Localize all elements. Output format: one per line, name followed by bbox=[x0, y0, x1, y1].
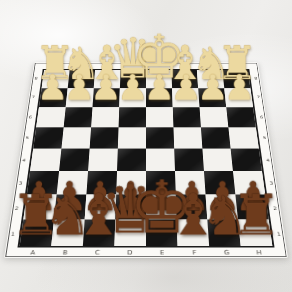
square-f7[interactable]: ♟ bbox=[172, 88, 199, 107]
rank-label-left-4: 4 bbox=[19, 157, 30, 162]
square-d6[interactable] bbox=[119, 107, 146, 127]
square-h1[interactable]: ♜ bbox=[238, 219, 272, 245]
rank-label-right-5: 5 bbox=[260, 135, 270, 140]
square-f6[interactable] bbox=[173, 107, 201, 127]
square-c6[interactable] bbox=[91, 107, 119, 127]
square-g5[interactable] bbox=[201, 127, 231, 148]
square-c5[interactable] bbox=[90, 127, 119, 148]
square-d7[interactable]: ♟ bbox=[119, 88, 146, 107]
chess-board-mat: ♜♞♝♛♚♝♞♜♟♟♟♟♟♟♟♟♟♟♟♟♟♟♟♟♜♞♝♛♚♝♞♜ ABCDEFG… bbox=[4, 62, 288, 258]
rank-label-left-5: 5 bbox=[22, 135, 32, 140]
square-e6[interactable] bbox=[146, 107, 173, 127]
square-g4[interactable] bbox=[202, 149, 233, 171]
photo-chess-set: ♜♞♝♛♚♝♞♜♟♟♟♟♟♟♟♟♟♟♟♟♟♟♟♟♜♞♝♛♚♝♞♜ ABCDEFG… bbox=[0, 0, 292, 292]
piece-white-pawn-h7[interactable]: ♟ bbox=[224, 70, 255, 105]
square-g7[interactable]: ♟ bbox=[198, 88, 226, 107]
square-a5[interactable] bbox=[33, 127, 63, 148]
square-e5[interactable] bbox=[146, 127, 174, 148]
square-b5[interactable] bbox=[61, 127, 91, 148]
square-h4[interactable] bbox=[231, 149, 262, 171]
square-d5[interactable] bbox=[118, 127, 146, 148]
square-h7[interactable]: ♟ bbox=[224, 88, 253, 107]
square-e7[interactable]: ♟ bbox=[146, 88, 173, 107]
square-g6[interactable] bbox=[200, 107, 229, 127]
square-b4[interactable] bbox=[59, 149, 90, 171]
rank-label-right-6: 6 bbox=[257, 115, 267, 119]
table-surface: ♜♞♝♛♚♝♞♜♟♟♟♟♟♟♟♟♟♟♟♟♟♟♟♟♜♞♝♛♚♝♞♜ ABCDEFG… bbox=[0, 0, 292, 292]
square-h5[interactable] bbox=[228, 127, 258, 148]
square-c4[interactable] bbox=[88, 149, 118, 171]
square-a4[interactable] bbox=[30, 149, 61, 171]
square-h6[interactable] bbox=[226, 107, 256, 127]
piece-black-rook-h1[interactable]: ♜ bbox=[231, 187, 281, 243]
rank-label-right-4: 4 bbox=[263, 157, 274, 162]
square-f5[interactable] bbox=[173, 127, 202, 148]
square-a6[interactable] bbox=[36, 107, 66, 127]
square-c7[interactable]: ♟ bbox=[92, 88, 119, 107]
square-b6[interactable] bbox=[64, 107, 93, 127]
board-grid: ♜♞♝♛♚♝♞♜♟♟♟♟♟♟♟♟♟♟♟♟♟♟♟♟♜♞♝♛♚♝♞♜ bbox=[17, 69, 274, 248]
rank-label-left-6: 6 bbox=[25, 115, 35, 119]
